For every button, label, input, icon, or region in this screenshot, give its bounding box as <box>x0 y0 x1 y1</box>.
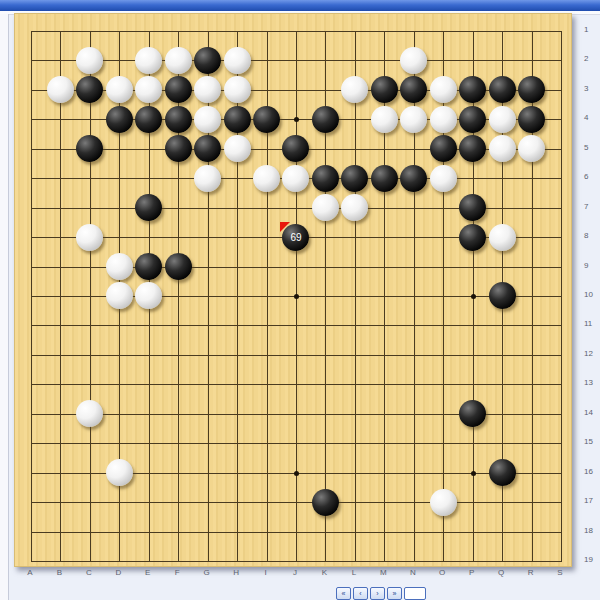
star-point <box>294 117 299 122</box>
stone-white <box>282 165 309 192</box>
stone-white <box>76 224 103 251</box>
row-label: 4 <box>584 114 588 122</box>
stone-black <box>135 194 162 221</box>
stone-black <box>253 106 280 133</box>
stone-white <box>224 47 251 74</box>
stone-black <box>489 459 516 486</box>
stone-white <box>341 76 368 103</box>
stone-white <box>430 106 457 133</box>
stone-black <box>371 76 398 103</box>
row-label: 19 <box>584 556 593 564</box>
stone-black <box>312 165 339 192</box>
stone-white <box>194 106 221 133</box>
stone-white <box>106 76 133 103</box>
row-label: 17 <box>584 497 593 505</box>
grid-line <box>31 355 562 356</box>
row-label: 11 <box>584 320 592 328</box>
stone-black <box>106 106 133 133</box>
stone-white <box>165 47 192 74</box>
stone-black <box>135 253 162 280</box>
column-label: K <box>322 569 327 577</box>
nav-next-button[interactable]: › <box>370 587 385 600</box>
stone-white <box>76 47 103 74</box>
stone-black <box>165 106 192 133</box>
grid-line <box>31 561 562 562</box>
grid-line <box>31 443 562 444</box>
star-point <box>471 471 476 476</box>
stone-white <box>106 459 133 486</box>
nav-first-button[interactable]: « <box>336 587 351 600</box>
grid-line <box>31 325 562 326</box>
stone-black <box>518 106 545 133</box>
stone-black <box>194 47 221 74</box>
left-panel-edge <box>0 14 9 600</box>
stone-black <box>135 106 162 133</box>
stone-black <box>282 135 309 162</box>
row-label: 16 <box>584 468 593 476</box>
nav-last-button[interactable]: » <box>387 587 402 600</box>
stone-black <box>459 194 486 221</box>
column-label: M <box>380 569 387 577</box>
stone-white <box>430 165 457 192</box>
stone-white <box>47 76 74 103</box>
column-label: B <box>57 569 62 577</box>
go-viewer-window: 69 ABCDEFGHIJKLMNOPQRS 12345678910111213… <box>0 0 600 600</box>
star-point <box>294 471 299 476</box>
stone-black <box>489 76 516 103</box>
column-label: J <box>293 569 297 577</box>
column-label: Q <box>498 569 504 577</box>
row-label: 1 <box>584 26 588 34</box>
stone-white <box>312 194 339 221</box>
row-label: 5 <box>584 144 588 152</box>
column-label: N <box>410 569 416 577</box>
stone-black <box>459 76 486 103</box>
row-label: 10 <box>584 291 593 299</box>
stone-white <box>518 135 545 162</box>
column-label: O <box>439 569 445 577</box>
stone-black <box>76 76 103 103</box>
stone-black <box>312 106 339 133</box>
stone-black <box>371 165 398 192</box>
nav-prev-button[interactable]: ‹ <box>353 587 368 600</box>
row-label: 6 <box>584 173 588 181</box>
grid-line <box>31 502 562 503</box>
row-label: 14 <box>584 409 593 417</box>
stone-white <box>106 253 133 280</box>
stone-black <box>165 135 192 162</box>
stone-white <box>194 76 221 103</box>
stone-black <box>341 165 368 192</box>
stone-white <box>371 106 398 133</box>
column-label: H <box>233 569 239 577</box>
stone-white <box>489 224 516 251</box>
stone-black <box>76 135 103 162</box>
stone-black <box>312 489 339 516</box>
grid-line <box>31 532 562 533</box>
stone-white <box>135 47 162 74</box>
row-label: 12 <box>584 350 593 358</box>
stone-black <box>165 76 192 103</box>
stone-black <box>459 106 486 133</box>
go-board[interactable]: 69 <box>14 13 572 567</box>
stone-black <box>400 76 427 103</box>
column-label: D <box>115 569 121 577</box>
grid-line <box>561 31 562 562</box>
stone-black <box>459 135 486 162</box>
column-label: E <box>145 569 150 577</box>
stone-black: 69 <box>282 224 309 251</box>
stone-white <box>430 76 457 103</box>
stone-black <box>518 76 545 103</box>
stone-black <box>194 135 221 162</box>
row-label: 3 <box>584 85 588 93</box>
column-label: C <box>86 569 92 577</box>
stone-black <box>489 282 516 309</box>
column-label: R <box>528 569 534 577</box>
stone-black <box>165 253 192 280</box>
stone-white <box>341 194 368 221</box>
stone-white <box>135 76 162 103</box>
star-point <box>294 294 299 299</box>
column-label: S <box>557 569 562 577</box>
row-label: 15 <box>584 438 593 446</box>
row-label: 8 <box>584 232 588 240</box>
stone-white <box>253 165 280 192</box>
grid-line <box>31 384 562 385</box>
star-point <box>471 294 476 299</box>
row-label: 13 <box>584 379 593 387</box>
row-label: 9 <box>584 262 588 270</box>
stone-white <box>430 489 457 516</box>
stone-black <box>430 135 457 162</box>
move-number-label: 69 <box>282 224 309 251</box>
stone-black <box>459 224 486 251</box>
stone-white <box>76 400 103 427</box>
stone-white <box>400 106 427 133</box>
row-label: 7 <box>584 203 588 211</box>
stone-black <box>224 106 251 133</box>
column-label: A <box>27 569 32 577</box>
column-label: F <box>175 569 180 577</box>
row-label: 2 <box>584 55 588 63</box>
stone-black <box>400 165 427 192</box>
column-label: L <box>352 569 356 577</box>
stone-black <box>459 400 486 427</box>
stone-white <box>489 106 516 133</box>
row-label: 18 <box>584 527 593 535</box>
grid-line <box>355 31 356 562</box>
column-label: P <box>469 569 474 577</box>
column-label: I <box>264 569 266 577</box>
stone-white <box>106 282 133 309</box>
stone-white <box>194 165 221 192</box>
stone-white <box>489 135 516 162</box>
stone-white <box>224 135 251 162</box>
stone-white <box>135 282 162 309</box>
nav-counter-box[interactable] <box>404 587 426 600</box>
title-bar <box>0 0 600 11</box>
column-label: G <box>204 569 210 577</box>
stone-white <box>400 47 427 74</box>
nav-bar: «‹›» <box>336 587 426 600</box>
stone-white <box>224 76 251 103</box>
